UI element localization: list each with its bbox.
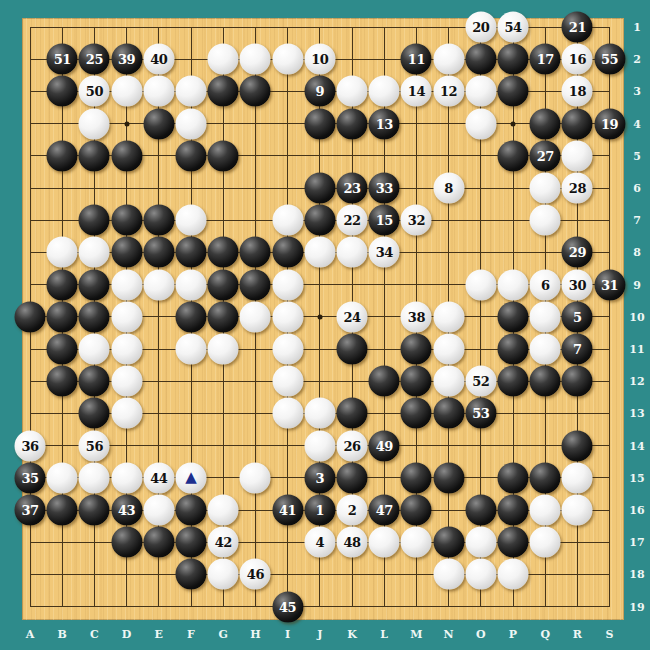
move-number: 30 (569, 278, 586, 291)
stone-white-R15[interactable] (562, 462, 593, 493)
stone-white-Q7[interactable] (530, 205, 561, 236)
stone-white-K17[interactable]: 48 (337, 527, 368, 558)
stone-black-M11[interactable] (401, 334, 432, 365)
stone-white-R9[interactable]: 30 (562, 269, 593, 300)
stone-white-I7[interactable] (272, 205, 303, 236)
stone-white-L3[interactable] (369, 76, 400, 107)
stone-black-G3[interactable] (208, 76, 239, 107)
move-number: 37 (21, 504, 38, 517)
stone-white-E9[interactable] (143, 269, 174, 300)
stone-black-P3[interactable] (498, 76, 529, 107)
stone-black-C5[interactable] (79, 140, 110, 171)
stone-white-G2[interactable] (208, 44, 239, 75)
stone-black-S9[interactable]: 31 (594, 269, 625, 300)
column-label-S: S (606, 628, 614, 641)
stone-black-C2[interactable]: 25 (79, 44, 110, 75)
stone-white-C8[interactable] (79, 237, 110, 268)
stone-white-R3[interactable]: 18 (562, 76, 593, 107)
move-number: 27 (537, 149, 554, 162)
stone-black-D7[interactable] (111, 205, 142, 236)
stone-white-F7[interactable] (176, 205, 207, 236)
stone-white-D3[interactable] (111, 76, 142, 107)
stone-black-J7[interactable] (304, 205, 335, 236)
stone-white-M3[interactable]: 14 (401, 76, 432, 107)
star-point (124, 121, 129, 126)
column-label-P: P (509, 628, 517, 641)
stone-white-C3[interactable]: 50 (79, 76, 110, 107)
move-number: 55 (601, 53, 618, 66)
move-number: 25 (86, 53, 103, 66)
stone-white-R5[interactable] (562, 140, 593, 171)
go-board-screenshot: 2054215125394010111716555091412181319272… (0, 0, 650, 650)
stone-black-L16[interactable]: 47 (369, 495, 400, 526)
move-number: 7 (573, 343, 582, 356)
move-number: 14 (408, 85, 425, 98)
move-number: 40 (150, 53, 167, 66)
stone-black-J4[interactable] (304, 108, 335, 139)
stone-white-H2[interactable] (240, 44, 271, 75)
move-number: 45 (279, 600, 296, 613)
stone-black-R1[interactable]: 21 (562, 12, 593, 43)
stone-white-N10[interactable] (433, 301, 464, 332)
stone-black-J6[interactable] (304, 173, 335, 204)
stone-white-I11[interactable] (272, 334, 303, 365)
move-number: 46 (247, 568, 264, 581)
stone-black-E17[interactable] (143, 527, 174, 558)
column-label-A: A (26, 628, 35, 641)
stone-black-P10[interactable] (498, 301, 529, 332)
column-label-D: D (122, 628, 132, 641)
stone-black-L12[interactable] (369, 366, 400, 397)
stone-black-I19[interactable]: 45 (272, 591, 303, 622)
stone-black-J15[interactable]: 3 (304, 462, 335, 493)
stone-white-J13[interactable] (304, 398, 335, 429)
stone-white-N3[interactable]: 12 (433, 76, 464, 107)
move-number: 2 (348, 504, 357, 517)
stone-white-R6[interactable]: 28 (562, 173, 593, 204)
move-number: 12 (440, 85, 457, 98)
stone-black-K13[interactable] (337, 398, 368, 429)
stone-black-R12[interactable] (562, 366, 593, 397)
stone-black-G8[interactable] (208, 237, 239, 268)
move-number: 22 (343, 214, 360, 227)
stone-white-O17[interactable] (465, 527, 496, 558)
row-label-12: 12 (629, 375, 644, 388)
move-number: 32 (408, 214, 425, 227)
stone-white-D12[interactable] (111, 366, 142, 397)
move-number: 15 (376, 214, 393, 227)
column-label-E: E (155, 628, 163, 641)
stone-white-D11[interactable] (111, 334, 142, 365)
stone-white-F9[interactable] (176, 269, 207, 300)
move-number: 9 (316, 85, 325, 98)
stone-black-F17[interactable] (176, 527, 207, 558)
stone-black-H9[interactable] (240, 269, 271, 300)
stone-black-N17[interactable] (433, 527, 464, 558)
stone-white-I9[interactable] (272, 269, 303, 300)
triangle-marker: ▲ (185, 470, 197, 485)
column-label-R: R (573, 628, 582, 641)
stone-black-H8[interactable] (240, 237, 271, 268)
stone-white-C15[interactable] (79, 462, 110, 493)
stone-white-I13[interactable] (272, 398, 303, 429)
move-number: 52 (472, 375, 489, 388)
row-label-11: 11 (629, 343, 644, 356)
stone-black-N15[interactable] (433, 462, 464, 493)
stone-black-P17[interactable] (498, 527, 529, 558)
row-label-7: 7 (633, 214, 641, 227)
move-number: 24 (343, 310, 360, 323)
stone-white-M7[interactable]: 32 (401, 205, 432, 236)
stone-black-F5[interactable] (176, 140, 207, 171)
move-number: 8 (444, 182, 453, 195)
row-label-18: 18 (629, 568, 644, 581)
stone-black-F8[interactable] (176, 237, 207, 268)
stone-black-P2[interactable] (498, 44, 529, 75)
stone-black-I16[interactable]: 41 (272, 495, 303, 526)
stone-black-L14[interactable]: 49 (369, 430, 400, 461)
stone-black-M2[interactable]: 11 (401, 44, 432, 75)
stone-white-D13[interactable] (111, 398, 142, 429)
stone-white-K16[interactable]: 2 (337, 495, 368, 526)
move-number: 44 (150, 471, 167, 484)
column-label-Q: Q (540, 628, 550, 641)
stone-white-L17[interactable] (369, 527, 400, 558)
stone-white-C14[interactable]: 56 (79, 430, 110, 461)
column-label-J: J (317, 628, 322, 641)
move-number: 26 (343, 439, 360, 452)
stone-white-B15[interactable] (47, 462, 78, 493)
stone-black-O16[interactable] (465, 495, 496, 526)
stone-white-R2[interactable]: 16 (562, 44, 593, 75)
stone-white-E16[interactable] (143, 495, 174, 526)
column-label-C: C (90, 628, 99, 641)
stone-black-A15[interactable]: 35 (15, 462, 46, 493)
stone-white-K10[interactable]: 24 (337, 301, 368, 332)
move-number: 51 (54, 53, 71, 66)
stone-black-B12[interactable] (47, 366, 78, 397)
stone-black-K4[interactable] (337, 108, 368, 139)
stone-white-Q17[interactable] (530, 527, 561, 558)
stone-white-O18[interactable] (465, 559, 496, 590)
stone-white-I10[interactable] (272, 301, 303, 332)
stone-black-P16[interactable] (498, 495, 529, 526)
stone-black-C12[interactable] (79, 366, 110, 397)
stone-black-C7[interactable] (79, 205, 110, 236)
stone-white-R16[interactable] (562, 495, 593, 526)
move-number: 41 (279, 504, 296, 517)
column-label-L: L (380, 628, 388, 641)
stone-white-L8[interactable]: 34 (369, 237, 400, 268)
stone-white-J14[interactable] (304, 430, 335, 461)
stone-black-J3[interactable]: 9 (304, 76, 335, 107)
move-number: 50 (86, 85, 103, 98)
stone-black-C13[interactable] (79, 398, 110, 429)
stone-black-G9[interactable] (208, 269, 239, 300)
row-label-6: 6 (633, 182, 641, 195)
move-number: 1 (316, 504, 325, 517)
stone-white-D9[interactable] (111, 269, 142, 300)
stone-white-H15[interactable] (240, 462, 271, 493)
stone-black-O2[interactable] (465, 44, 496, 75)
stone-white-O9[interactable] (465, 269, 496, 300)
stone-black-E4[interactable] (143, 108, 174, 139)
stone-white-E3[interactable] (143, 76, 174, 107)
stone-white-G16[interactable] (208, 495, 239, 526)
stone-white-G17[interactable]: 42 (208, 527, 239, 558)
column-label-O: O (476, 628, 486, 641)
star-point (511, 121, 516, 126)
move-number: 36 (21, 439, 38, 452)
stone-white-E2[interactable]: 40 (143, 44, 174, 75)
move-number: 16 (569, 53, 586, 66)
row-label-19: 19 (629, 600, 644, 613)
row-label-4: 4 (633, 117, 641, 130)
move-number: 20 (472, 21, 489, 34)
stone-white-P1[interactable]: 54 (498, 12, 529, 43)
move-number: 31 (601, 278, 618, 291)
stone-black-M16[interactable] (401, 495, 432, 526)
move-number: 33 (376, 182, 393, 195)
stone-black-S2[interactable]: 55 (594, 44, 625, 75)
row-label-9: 9 (633, 278, 641, 291)
stone-white-F11[interactable] (176, 334, 207, 365)
stone-white-D10[interactable] (111, 301, 142, 332)
column-label-M: M (410, 628, 422, 641)
stone-black-P5[interactable] (498, 140, 529, 171)
stone-black-K6[interactable]: 23 (337, 173, 368, 204)
move-number: 43 (118, 504, 135, 517)
move-number: 29 (569, 246, 586, 259)
stone-black-M12[interactable] (401, 366, 432, 397)
column-label-G: G (218, 628, 227, 641)
stone-white-F4[interactable] (176, 108, 207, 139)
stone-white-K14[interactable]: 26 (337, 430, 368, 461)
stone-black-S4[interactable]: 19 (594, 108, 625, 139)
move-number: 4 (316, 536, 325, 549)
stone-white-G11[interactable] (208, 334, 239, 365)
stone-white-N12[interactable] (433, 366, 464, 397)
stone-black-E7[interactable] (143, 205, 174, 236)
stone-white-Q6[interactable] (530, 173, 561, 204)
stone-black-A10[interactable] (15, 301, 46, 332)
row-label-13: 13 (629, 407, 644, 420)
stone-white-P18[interactable] (498, 559, 529, 590)
move-number: 47 (376, 504, 393, 517)
stone-black-C9[interactable] (79, 269, 110, 300)
stone-white-Q9[interactable]: 6 (530, 269, 561, 300)
stone-black-C16[interactable] (79, 495, 110, 526)
stone-black-L6[interactable]: 33 (369, 173, 400, 204)
move-number: 28 (569, 182, 586, 195)
stone-black-Q15[interactable] (530, 462, 561, 493)
stone-white-I12[interactable] (272, 366, 303, 397)
move-number: 54 (504, 21, 521, 34)
stone-white-M10[interactable]: 38 (401, 301, 432, 332)
column-label-K: K (347, 628, 357, 641)
column-label-F: F (187, 628, 195, 641)
stone-white-E15[interactable]: 44 (143, 462, 174, 493)
stone-black-B16[interactable] (47, 495, 78, 526)
stone-black-P11[interactable] (498, 334, 529, 365)
stone-black-C10[interactable] (79, 301, 110, 332)
stone-white-P9[interactable] (498, 269, 529, 300)
stone-black-H3[interactable] (240, 76, 271, 107)
move-number: 19 (601, 117, 618, 130)
move-number: 35 (21, 471, 38, 484)
stone-white-A14[interactable]: 36 (15, 430, 46, 461)
stone-black-B9[interactable] (47, 269, 78, 300)
stone-black-F18[interactable] (176, 559, 207, 590)
row-label-2: 2 (633, 53, 641, 66)
stone-black-P15[interactable] (498, 462, 529, 493)
stone-white-N11[interactable] (433, 334, 464, 365)
stone-white-G18[interactable] (208, 559, 239, 590)
row-label-14: 14 (629, 439, 644, 452)
move-number: 42 (215, 536, 232, 549)
stone-black-Q4[interactable] (530, 108, 561, 139)
stone-black-D17[interactable] (111, 527, 142, 558)
stone-black-B5[interactable] (47, 140, 78, 171)
move-number: 6 (541, 278, 550, 291)
stone-black-G5[interactable] (208, 140, 239, 171)
stone-black-G10[interactable] (208, 301, 239, 332)
stone-white-H18[interactable]: 46 (240, 559, 271, 590)
stone-white-D15[interactable] (111, 462, 142, 493)
stone-white-J8[interactable] (304, 237, 335, 268)
row-label-16: 16 (629, 504, 644, 517)
move-number: 11 (408, 53, 425, 66)
column-label-H: H (250, 628, 260, 641)
stone-black-L4[interactable]: 13 (369, 108, 400, 139)
stone-black-O13[interactable]: 53 (465, 398, 496, 429)
stone-black-K15[interactable] (337, 462, 368, 493)
stone-black-B3[interactable] (47, 76, 78, 107)
stone-white-Q16[interactable] (530, 495, 561, 526)
move-number: 38 (408, 310, 425, 323)
move-number: 23 (343, 182, 360, 195)
row-label-1: 1 (633, 21, 641, 34)
move-number: 18 (569, 85, 586, 98)
stone-black-L7[interactable]: 15 (369, 205, 400, 236)
move-number: 5 (573, 310, 582, 323)
stone-black-D8[interactable] (111, 237, 142, 268)
column-label-B: B (58, 628, 67, 641)
stone-white-K7[interactable]: 22 (337, 205, 368, 236)
row-label-10: 10 (629, 310, 644, 323)
stone-black-A16[interactable]: 37 (15, 495, 46, 526)
stone-white-M17[interactable] (401, 527, 432, 558)
stone-black-K11[interactable] (337, 334, 368, 365)
stone-white-O1[interactable]: 20 (465, 12, 496, 43)
stone-black-Q2[interactable]: 17 (530, 44, 561, 75)
row-label-3: 3 (633, 85, 641, 98)
row-label-8: 8 (633, 246, 641, 259)
stone-white-N6[interactable]: 8 (433, 173, 464, 204)
stone-black-R14[interactable] (562, 430, 593, 461)
stone-black-D16[interactable]: 43 (111, 495, 142, 526)
column-label-N: N (444, 628, 454, 641)
stone-black-D5[interactable] (111, 140, 142, 171)
move-number: 10 (311, 53, 328, 66)
stone-black-R4[interactable] (562, 108, 593, 139)
move-number: 34 (376, 246, 393, 259)
stone-white-N2[interactable] (433, 44, 464, 75)
move-number: 13 (376, 117, 393, 130)
stone-white-C4[interactable] (79, 108, 110, 139)
stone-black-D2[interactable]: 39 (111, 44, 142, 75)
stone-black-R10[interactable]: 5 (562, 301, 593, 332)
stone-black-I8[interactable] (272, 237, 303, 268)
move-number: 56 (86, 439, 103, 452)
stone-black-B11[interactable] (47, 334, 78, 365)
stone-white-C11[interactable] (79, 334, 110, 365)
stone-white-K3[interactable] (337, 76, 368, 107)
stone-black-R8[interactable]: 29 (562, 237, 593, 268)
stone-white-Q11[interactable] (530, 334, 561, 365)
stone-white-I2[interactable] (272, 44, 303, 75)
row-label-15: 15 (629, 471, 644, 484)
stone-white-O3[interactable] (465, 76, 496, 107)
stone-black-P12[interactable] (498, 366, 529, 397)
stone-white-N18[interactable] (433, 559, 464, 590)
stone-black-J16[interactable]: 1 (304, 495, 335, 526)
stone-black-M15[interactable] (401, 462, 432, 493)
grid-line-horizontal (30, 606, 610, 607)
stone-black-R11[interactable]: 7 (562, 334, 593, 365)
row-label-5: 5 (633, 149, 641, 162)
stone-black-B10[interactable] (47, 301, 78, 332)
stone-black-E8[interactable] (143, 237, 174, 268)
star-point (317, 314, 322, 319)
stone-black-Q12[interactable] (530, 366, 561, 397)
stone-white-B8[interactable] (47, 237, 78, 268)
move-number: 53 (472, 407, 489, 420)
move-number: 21 (569, 21, 586, 34)
move-number: 39 (118, 53, 135, 66)
stone-black-N13[interactable] (433, 398, 464, 429)
move-number: 3 (316, 471, 325, 484)
stone-white-K8[interactable] (337, 237, 368, 268)
stone-black-M13[interactable] (401, 398, 432, 429)
move-number: 48 (343, 536, 360, 549)
stone-white-H10[interactable] (240, 301, 271, 332)
stone-black-F16[interactable] (176, 495, 207, 526)
stone-white-J17[interactable]: 4 (304, 527, 335, 558)
stone-white-O12[interactable]: 52 (465, 366, 496, 397)
stone-white-J2[interactable]: 10 (304, 44, 335, 75)
stone-white-O4[interactable] (465, 108, 496, 139)
column-label-I: I (285, 628, 290, 641)
stone-black-Q5[interactable]: 27 (530, 140, 561, 171)
stone-white-F3[interactable] (176, 76, 207, 107)
row-label-17: 17 (629, 536, 644, 549)
stone-black-F10[interactable] (176, 301, 207, 332)
move-number: 49 (376, 439, 393, 452)
stone-black-B2[interactable]: 51 (47, 44, 78, 75)
stone-white-Q10[interactable] (530, 301, 561, 332)
move-number: 17 (537, 53, 554, 66)
